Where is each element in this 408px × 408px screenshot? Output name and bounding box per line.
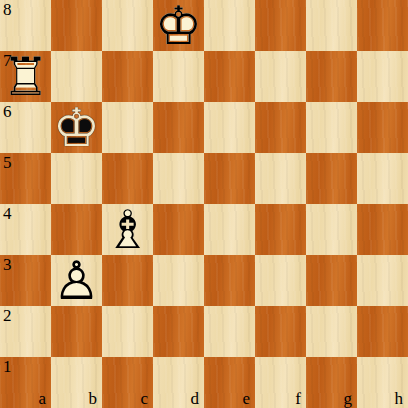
- square-b6[interactable]: ♚♔: [51, 102, 102, 153]
- square-e1[interactable]: e: [204, 357, 255, 408]
- white-king-glyph-fill: ♚: [153, 0, 204, 51]
- chess-board: 8♚♔7♜♖6♚♔54♝♗3♟♙21abcdefgh: [0, 0, 408, 408]
- square-g1[interactable]: g: [306, 357, 357, 408]
- rank-label-2: 2: [3, 307, 12, 324]
- file-label-g: g: [344, 390, 353, 407]
- white-rook[interactable]: ♜♖: [0, 51, 51, 102]
- square-a4[interactable]: 4: [0, 204, 51, 255]
- square-d4[interactable]: [153, 204, 204, 255]
- square-g3[interactable]: [306, 255, 357, 306]
- white-pawn-glyph-fill: ♟: [51, 253, 102, 306]
- square-e5[interactable]: [204, 153, 255, 204]
- square-f6[interactable]: [255, 102, 306, 153]
- square-f1[interactable]: f: [255, 357, 306, 408]
- chess-board-wrapper: 8♚♔7♜♖6♚♔54♝♗3♟♙21abcdefgh: [0, 0, 408, 408]
- square-a1[interactable]: 1a: [0, 357, 51, 408]
- square-c8[interactable]: [102, 0, 153, 51]
- square-c1[interactable]: c: [102, 357, 153, 408]
- square-h5[interactable]: [357, 153, 408, 204]
- rank-label-3: 3: [3, 256, 12, 273]
- square-f8[interactable]: [255, 0, 306, 51]
- square-b2[interactable]: [51, 306, 102, 357]
- square-a6[interactable]: 6: [0, 102, 51, 153]
- square-e6[interactable]: [204, 102, 255, 153]
- square-a7[interactable]: 7♜♖: [0, 51, 51, 102]
- square-h4[interactable]: [357, 204, 408, 255]
- square-e4[interactable]: [204, 204, 255, 255]
- rank-label-8: 8: [3, 1, 12, 18]
- square-b7[interactable]: [51, 51, 102, 102]
- square-c7[interactable]: [102, 51, 153, 102]
- file-label-e: e: [242, 390, 250, 407]
- white-king[interactable]: ♚♔: [153, 0, 204, 51]
- white-bishop-glyph-outline: ♗: [102, 202, 153, 255]
- square-c4[interactable]: ♝♗: [102, 204, 153, 255]
- square-d1[interactable]: d: [153, 357, 204, 408]
- file-label-a: a: [38, 390, 46, 407]
- square-e8[interactable]: [204, 0, 255, 51]
- rank-label-5: 5: [3, 154, 12, 171]
- square-c2[interactable]: [102, 306, 153, 357]
- square-a2[interactable]: 2: [0, 306, 51, 357]
- rank-label-1: 1: [3, 358, 12, 375]
- square-f2[interactable]: [255, 306, 306, 357]
- square-d8[interactable]: ♚♔: [153, 0, 204, 51]
- square-g7[interactable]: [306, 51, 357, 102]
- file-label-f: f: [295, 390, 301, 407]
- square-h8[interactable]: [357, 0, 408, 51]
- rank-label-6: 6: [3, 103, 12, 120]
- square-g8[interactable]: [306, 0, 357, 51]
- square-h1[interactable]: h: [357, 357, 408, 408]
- file-label-c: c: [140, 390, 148, 407]
- square-e3[interactable]: [204, 255, 255, 306]
- square-b8[interactable]: [51, 0, 102, 51]
- square-f3[interactable]: [255, 255, 306, 306]
- white-pawn[interactable]: ♟♙: [51, 255, 102, 306]
- square-f4[interactable]: [255, 204, 306, 255]
- square-c6[interactable]: [102, 102, 153, 153]
- square-h3[interactable]: [357, 255, 408, 306]
- white-pawn-glyph-outline: ♙: [51, 253, 102, 306]
- square-d7[interactable]: [153, 51, 204, 102]
- square-a3[interactable]: 3: [0, 255, 51, 306]
- black-king[interactable]: ♚♔: [51, 102, 102, 153]
- white-king-glyph-outline: ♔: [153, 0, 204, 51]
- white-rook-glyph-outline: ♖: [0, 49, 51, 102]
- square-d3[interactable]: [153, 255, 204, 306]
- square-b4[interactable]: [51, 204, 102, 255]
- square-e2[interactable]: [204, 306, 255, 357]
- square-a5[interactable]: 5: [0, 153, 51, 204]
- square-b1[interactable]: b: [51, 357, 102, 408]
- white-bishop-glyph-fill: ♝: [102, 202, 153, 255]
- white-bishop[interactable]: ♝♗: [102, 204, 153, 255]
- square-g6[interactable]: [306, 102, 357, 153]
- file-label-h: h: [395, 390, 404, 407]
- square-h2[interactable]: [357, 306, 408, 357]
- square-g2[interactable]: [306, 306, 357, 357]
- square-c5[interactable]: [102, 153, 153, 204]
- black-king-glyph-fill: ♚: [51, 100, 102, 153]
- square-g4[interactable]: [306, 204, 357, 255]
- black-king-glyph-outline: ♔: [51, 100, 102, 153]
- square-h6[interactable]: [357, 102, 408, 153]
- file-label-d: d: [191, 390, 200, 407]
- square-f5[interactable]: [255, 153, 306, 204]
- square-c3[interactable]: [102, 255, 153, 306]
- square-d2[interactable]: [153, 306, 204, 357]
- square-d5[interactable]: [153, 153, 204, 204]
- square-f7[interactable]: [255, 51, 306, 102]
- square-d6[interactable]: [153, 102, 204, 153]
- square-b3[interactable]: ♟♙: [51, 255, 102, 306]
- square-h7[interactable]: [357, 51, 408, 102]
- square-e7[interactable]: [204, 51, 255, 102]
- white-rook-glyph-fill: ♜: [0, 49, 51, 102]
- square-g5[interactable]: [306, 153, 357, 204]
- square-a8[interactable]: 8: [0, 0, 51, 51]
- square-b5[interactable]: [51, 153, 102, 204]
- rank-label-4: 4: [3, 205, 12, 222]
- file-label-b: b: [89, 390, 98, 407]
